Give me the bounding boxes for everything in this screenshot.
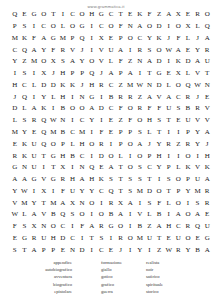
grid-cell-r21c1[interactable]: S: [10, 244, 20, 256]
grid-cell-r19c13[interactable]: I: [125, 221, 135, 233]
grid-cell-r13c8[interactable]: C: [77, 150, 87, 162]
grid-cell-r4c15[interactable]: S: [145, 44, 155, 56]
grid-cell-r1c20[interactable]: R: [193, 9, 203, 21]
grid-cell-r13c7[interactable]: B: [68, 150, 78, 162]
grid-cell-r21c12[interactable]: J: [116, 244, 126, 256]
grid-cell-r8c10[interactable]: I: [97, 91, 107, 103]
grid-cell-r11c10[interactable]: F: [97, 127, 107, 139]
grid-cell-r9c6[interactable]: B: [58, 103, 68, 115]
grid-cell-r1c19[interactable]: E: [183, 9, 193, 21]
grid-cell-r4c2[interactable]: Q: [20, 44, 30, 56]
grid-cell-r7c19[interactable]: Q: [183, 80, 193, 92]
grid-cell-r3c13[interactable]: O: [125, 33, 135, 45]
grid-cell-r16c2[interactable]: W: [20, 185, 30, 197]
grid-cell-r19c17[interactable]: H: [164, 221, 174, 233]
grid-cell-r15c12[interactable]: T: [116, 174, 126, 186]
grid-cell-r9c21[interactable]: V: [202, 103, 212, 115]
grid-cell-r5c12[interactable]: F: [116, 56, 126, 68]
grid-cell-r1c2[interactable]: E: [20, 9, 30, 21]
grid-cell-r19c21[interactable]: U: [202, 221, 212, 233]
grid-cell-r15c5[interactable]: G: [48, 174, 58, 186]
grid-cell-r9c5[interactable]: I: [48, 103, 58, 115]
grid-cell-r6c20[interactable]: V: [193, 68, 203, 80]
grid-cell-r17c6[interactable]: A: [58, 197, 68, 209]
grid-cell-r21c15[interactable]: I: [145, 244, 155, 256]
grid-cell-r20c2[interactable]: G: [20, 232, 30, 244]
grid-cell-r19c20[interactable]: Q: [193, 221, 203, 233]
grid-cell-r1c17[interactable]: A: [164, 9, 174, 21]
grid-cell-r11c9[interactable]: I: [87, 127, 97, 139]
grid-cell-r15c11[interactable]: S: [106, 174, 116, 186]
grid-cell-r5c17[interactable]: I: [164, 56, 174, 68]
grid-cell-r12c18[interactable]: Z: [174, 138, 184, 150]
grid-cell-r7c11[interactable]: C: [106, 80, 116, 92]
grid-cell-r21c13[interactable]: I: [125, 244, 135, 256]
grid-cell-r2c3[interactable]: I: [29, 21, 39, 33]
grid-cell-r11c21[interactable]: A: [202, 127, 212, 139]
grid-cell-r11c13[interactable]: P: [125, 127, 135, 139]
grid-cell-r15c6[interactable]: R: [58, 174, 68, 186]
grid-cell-r15c2[interactable]: A: [20, 174, 30, 186]
grid-cell-r20c13[interactable]: O: [125, 232, 135, 244]
grid-cell-r13c19[interactable]: O: [183, 150, 193, 162]
grid-cell-r19c10[interactable]: R: [97, 221, 107, 233]
grid-cell-r1c7[interactable]: C: [68, 9, 78, 21]
grid-cell-r14c10[interactable]: E: [97, 162, 107, 174]
grid-cell-r20c14[interactable]: M: [135, 232, 145, 244]
grid-cell-r19c1[interactable]: F: [10, 221, 20, 233]
grid-cell-r1c3[interactable]: G: [29, 9, 39, 21]
grid-cell-r10c14[interactable]: O: [135, 115, 145, 127]
grid-cell-r15c15[interactable]: T: [145, 174, 155, 186]
grid-cell-r19c12[interactable]: O: [116, 221, 126, 233]
grid-cell-r19c14[interactable]: B: [135, 221, 145, 233]
grid-cell-r5c16[interactable]: D: [154, 56, 164, 68]
grid-cell-r14c17[interactable]: P: [164, 162, 174, 174]
grid-cell-r18c5[interactable]: B: [48, 209, 58, 221]
grid-cell-r13c14[interactable]: O: [135, 150, 145, 162]
grid-cell-r4c7[interactable]: V: [68, 44, 78, 56]
grid-cell-r20c17[interactable]: E: [164, 232, 174, 244]
grid-cell-r3c3[interactable]: F: [29, 33, 39, 45]
grid-cell-r12c11[interactable]: I: [106, 138, 116, 150]
grid-cell-r11c8[interactable]: M: [77, 127, 87, 139]
grid-cell-r13c13[interactable]: I: [125, 150, 135, 162]
grid-cell-r6c12[interactable]: P: [116, 68, 126, 80]
grid-cell-r6c5[interactable]: J: [48, 68, 58, 80]
grid-cell-r4c1[interactable]: C: [10, 44, 20, 56]
grid-cell-r9c20[interactable]: R: [193, 103, 203, 115]
grid-cell-r11c3[interactable]: E: [29, 127, 39, 139]
grid-cell-r11c11[interactable]: E: [106, 127, 116, 139]
grid-cell-r2c7[interactable]: O: [68, 21, 78, 33]
grid-cell-r8c20[interactable]: J: [193, 91, 203, 103]
grid-cell-r1c13[interactable]: E: [125, 9, 135, 21]
grid-cell-r18c2[interactable]: L: [20, 209, 30, 221]
grid-cell-r5c10[interactable]: V: [97, 56, 107, 68]
grid-cell-r2c4[interactable]: C: [39, 21, 49, 33]
grid-cell-r16c15[interactable]: D: [145, 185, 155, 197]
grid-cell-r8c18[interactable]: C: [174, 91, 184, 103]
grid-cell-r14c12[interactable]: T: [116, 162, 126, 174]
grid-cell-r6c14[interactable]: I: [135, 68, 145, 80]
grid-cell-r15c19[interactable]: P: [183, 174, 193, 186]
grid-cell-r18c18[interactable]: A: [174, 209, 184, 221]
grid-cell-r3c18[interactable]: F: [174, 33, 184, 45]
grid-cell-r18c19[interactable]: O: [183, 209, 193, 221]
grid-cell-r12c12[interactable]: P: [116, 138, 126, 150]
grid-cell-r17c15[interactable]: S: [145, 197, 155, 209]
grid-cell-r19c4[interactable]: N: [39, 221, 49, 233]
grid-cell-r12c3[interactable]: U: [29, 138, 39, 150]
grid-cell-r16c19[interactable]: Y: [183, 185, 193, 197]
grid-cell-r3c19[interactable]: L: [183, 33, 193, 45]
grid-cell-r5c14[interactable]: N: [135, 56, 145, 68]
grid-cell-r9c14[interactable]: R: [135, 103, 145, 115]
grid-cell-r4c17[interactable]: W: [164, 44, 174, 56]
grid-cell-r7c1[interactable]: H: [10, 80, 20, 92]
grid-cell-r14c18[interactable]: L: [174, 162, 184, 174]
grid-cell-r3c9[interactable]: I: [87, 33, 97, 45]
grid-cell-r16c5[interactable]: I: [48, 185, 58, 197]
grid-cell-r15c1[interactable]: A: [10, 174, 20, 186]
grid-cell-r8c15[interactable]: A: [145, 91, 155, 103]
grid-cell-r17c17[interactable]: L: [164, 197, 174, 209]
grid-cell-r10c3[interactable]: R: [29, 115, 39, 127]
grid-cell-r16c11[interactable]: Q: [106, 185, 116, 197]
grid-cell-r12c1[interactable]: E: [10, 138, 20, 150]
grid-cell-r5c1[interactable]: Y: [10, 56, 20, 68]
grid-cell-r10c10[interactable]: I: [97, 115, 107, 127]
grid-cell-r20c5[interactable]: H: [48, 232, 58, 244]
grid-cell-r1c11[interactable]: C: [106, 9, 116, 21]
grid-cell-r10c5[interactable]: W: [48, 115, 58, 127]
grid-cell-r15c8[interactable]: A: [77, 174, 87, 186]
grid-cell-r9c13[interactable]: O: [125, 103, 135, 115]
grid-cell-r11c20[interactable]: Y: [193, 127, 203, 139]
grid-cell-r21c2[interactable]: T: [20, 244, 30, 256]
grid-cell-r19c11[interactable]: G: [106, 221, 116, 233]
grid-cell-r14c3[interactable]: U: [29, 162, 39, 174]
grid-cell-r1c1[interactable]: Q: [10, 9, 20, 21]
grid-cell-r12c14[interactable]: A: [135, 138, 145, 150]
grid-cell-r4c4[interactable]: Y: [39, 44, 49, 56]
grid-cell-r6c2[interactable]: S: [20, 68, 30, 80]
grid-cell-r2c18[interactable]: O: [174, 21, 184, 33]
grid-cell-r12c2[interactable]: K: [20, 138, 30, 150]
grid-cell-r14c20[interactable]: V: [193, 162, 203, 174]
grid-cell-r11c2[interactable]: Y: [20, 127, 30, 139]
grid-cell-r8c8[interactable]: N: [77, 91, 87, 103]
grid-cell-r9c9[interactable]: A: [87, 103, 97, 115]
grid-cell-r5c4[interactable]: O: [39, 56, 49, 68]
grid-cell-r7c13[interactable]: M: [125, 80, 135, 92]
grid-cell-r10c12[interactable]: Z: [116, 115, 126, 127]
grid-cell-r1c9[interactable]: H: [87, 9, 97, 21]
grid-cell-r20c18[interactable]: U: [174, 232, 184, 244]
grid-cell-r4c21[interactable]: R: [202, 44, 212, 56]
grid-cell-r1c5[interactable]: T: [48, 9, 58, 21]
grid-cell-r14c15[interactable]: C: [145, 162, 155, 174]
grid-cell-r20c21[interactable]: G: [202, 232, 212, 244]
grid-cell-r12c13[interactable]: O: [125, 138, 135, 150]
grid-cell-r17c11[interactable]: R: [106, 197, 116, 209]
grid-cell-r10c11[interactable]: E: [106, 115, 116, 127]
grid-cell-r13c16[interactable]: H: [154, 150, 164, 162]
grid-cell-r5c3[interactable]: M: [29, 56, 39, 68]
grid-cell-r3c6[interactable]: M: [58, 33, 68, 45]
grid-cell-r19c5[interactable]: O: [48, 221, 58, 233]
grid-cell-r2c17[interactable]: I: [164, 21, 174, 33]
grid-cell-r3c7[interactable]: P: [68, 33, 78, 45]
grid-cell-r11c19[interactable]: P: [183, 127, 193, 139]
grid-cell-r8c11[interactable]: B: [106, 91, 116, 103]
grid-cell-r18c1[interactable]: W: [10, 209, 20, 221]
grid-cell-r11c18[interactable]: I: [174, 127, 184, 139]
grid-cell-r9c3[interactable]: A: [29, 103, 39, 115]
grid-cell-r17c12[interactable]: X: [116, 197, 126, 209]
grid-cell-r4c10[interactable]: V: [97, 44, 107, 56]
grid-cell-r21c16[interactable]: Z: [154, 244, 164, 256]
grid-cell-r17c9[interactable]: O: [87, 197, 97, 209]
grid-cell-r16c17[interactable]: T: [164, 185, 174, 197]
grid-cell-r6c9[interactable]: Q: [87, 68, 97, 80]
grid-cell-r20c1[interactable]: E: [10, 232, 20, 244]
grid-cell-r9c12[interactable]: F: [116, 103, 126, 115]
grid-cell-r17c10[interactable]: I: [97, 197, 107, 209]
grid-cell-r2c19[interactable]: X: [183, 21, 193, 33]
grid-cell-r2c5[interactable]: O: [48, 21, 58, 33]
grid-cell-r9c2[interactable]: L: [20, 103, 30, 115]
grid-cell-r7c3[interactable]: L: [29, 80, 39, 92]
grid-cell-r20c15[interactable]: U: [145, 232, 155, 244]
grid-cell-r8c13[interactable]: R: [125, 91, 135, 103]
grid-cell-r15c3[interactable]: G: [29, 174, 39, 186]
grid-cell-r19c16[interactable]: A: [154, 221, 164, 233]
grid-cell-r10c15[interactable]: H: [145, 115, 155, 127]
grid-cell-r5c18[interactable]: K: [174, 56, 184, 68]
grid-cell-r14c11[interactable]: A: [106, 162, 116, 174]
grid-cell-r10c20[interactable]: V: [193, 115, 203, 127]
grid-cell-r8c3[interactable]: I: [29, 91, 39, 103]
grid-cell-r3c12[interactable]: P: [116, 33, 126, 45]
grid-cell-r12c20[interactable]: Y: [193, 138, 203, 150]
grid-cell-r4c14[interactable]: R: [135, 44, 145, 56]
grid-cell-r1c18[interactable]: X: [174, 9, 184, 21]
grid-cell-r2c13[interactable]: N: [125, 21, 135, 33]
grid-cell-r3c10[interactable]: X: [97, 33, 107, 45]
grid-cell-r4c9[interactable]: I: [87, 44, 97, 56]
grid-cell-r7c4[interactable]: D: [39, 80, 49, 92]
grid-cell-r10c18[interactable]: E: [174, 115, 184, 127]
grid-cell-r19c9[interactable]: A: [87, 221, 97, 233]
grid-cell-r1c14[interactable]: K: [135, 9, 145, 21]
grid-cell-r17c5[interactable]: M: [48, 197, 58, 209]
grid-cell-r16c10[interactable]: C: [97, 185, 107, 197]
grid-cell-r21c5[interactable]: P: [48, 244, 58, 256]
grid-cell-r20c20[interactable]: E: [193, 232, 203, 244]
grid-cell-r5c5[interactable]: X: [48, 56, 58, 68]
grid-cell-r14c14[interactable]: S: [135, 162, 145, 174]
grid-cell-r21c10[interactable]: C: [97, 244, 107, 256]
grid-cell-r5c15[interactable]: A: [145, 56, 155, 68]
grid-cell-r3c21[interactable]: A: [202, 33, 212, 45]
grid-cell-r2c14[interactable]: A: [135, 21, 145, 33]
grid-cell-r17c21[interactable]: R: [202, 197, 212, 209]
grid-cell-r7c14[interactable]: W: [135, 80, 145, 92]
grid-cell-r1c12[interactable]: T: [116, 9, 126, 21]
grid-cell-r17c7[interactable]: X: [68, 197, 78, 209]
grid-cell-r19c8[interactable]: F: [77, 221, 87, 233]
grid-cell-r11c16[interactable]: T: [154, 127, 164, 139]
grid-cell-r14c2[interactable]: N: [20, 162, 30, 174]
grid-cell-r1c4[interactable]: O: [39, 9, 49, 21]
grid-cell-r21c4[interactable]: P: [39, 244, 49, 256]
grid-cell-r20c11[interactable]: I: [106, 232, 116, 244]
grid-cell-r10c4[interactable]: Q: [39, 115, 49, 127]
grid-cell-r9c15[interactable]: F: [145, 103, 155, 115]
grid-cell-r17c18[interactable]: O: [174, 197, 184, 209]
grid-cell-r6c17[interactable]: E: [164, 68, 174, 80]
grid-cell-r4c20[interactable]: Y: [193, 44, 203, 56]
grid-cell-r7c9[interactable]: H: [87, 80, 97, 92]
grid-cell-r5c7[interactable]: A: [68, 56, 78, 68]
grid-cell-r20c4[interactable]: U: [39, 232, 49, 244]
grid-cell-r6c21[interactable]: T: [202, 68, 212, 80]
grid-cell-r16c14[interactable]: M: [135, 185, 145, 197]
grid-cell-r11c4[interactable]: Q: [39, 127, 49, 139]
grid-cell-r14c16[interactable]: Y: [154, 162, 164, 174]
grid-cell-r13c18[interactable]: I: [174, 150, 184, 162]
grid-cell-r15c21[interactable]: A: [202, 174, 212, 186]
grid-cell-r8c5[interactable]: L: [48, 91, 58, 103]
grid-cell-r13c3[interactable]: U: [29, 150, 39, 162]
grid-cell-r4c12[interactable]: A: [116, 44, 126, 56]
grid-cell-r16c20[interactable]: M: [193, 185, 203, 197]
grid-cell-r12c6[interactable]: P: [58, 138, 68, 150]
grid-cell-r3c16[interactable]: K: [154, 33, 164, 45]
grid-cell-r14c21[interactable]: K: [202, 162, 212, 174]
grid-cell-r14c13[interactable]: O: [125, 162, 135, 174]
grid-cell-r4c13[interactable]: I: [125, 44, 135, 56]
grid-cell-r20c19[interactable]: O: [183, 232, 193, 244]
grid-cell-r17c2[interactable]: M: [20, 197, 30, 209]
grid-cell-r5c11[interactable]: L: [106, 56, 116, 68]
grid-cell-r8c4[interactable]: Y: [39, 91, 49, 103]
grid-cell-r7c17[interactable]: L: [164, 80, 174, 92]
grid-cell-r6c7[interactable]: P: [68, 68, 78, 80]
grid-cell-r6c8[interactable]: P: [77, 68, 87, 80]
grid-cell-r19c15[interactable]: Z: [145, 221, 155, 233]
grid-cell-r11c15[interactable]: L: [145, 127, 155, 139]
grid-cell-r18c8[interactable]: O: [77, 209, 87, 221]
grid-cell-r18c11[interactable]: B: [106, 209, 116, 221]
grid-cell-r16c18[interactable]: P: [174, 185, 184, 197]
grid-cell-r14c19[interactable]: K: [183, 162, 193, 174]
grid-cell-r12c4[interactable]: Q: [39, 138, 49, 150]
grid-cell-r2c2[interactable]: S: [20, 21, 30, 33]
grid-cell-r13c1[interactable]: R: [10, 150, 20, 162]
grid-cell-r15c14[interactable]: S: [135, 174, 145, 186]
grid-cell-r9c8[interactable]: O: [77, 103, 87, 115]
grid-cell-r11c1[interactable]: M: [10, 127, 20, 139]
grid-cell-r10c9[interactable]: Y: [87, 115, 97, 127]
grid-cell-r8c21[interactable]: E: [202, 91, 212, 103]
grid-cell-r13c12[interactable]: L: [116, 150, 126, 162]
grid-cell-r3c2[interactable]: K: [20, 33, 30, 45]
grid-cell-r4c16[interactable]: O: [154, 44, 164, 56]
grid-cell-r5c19[interactable]: D: [183, 56, 193, 68]
grid-cell-r2c6[interactable]: L: [58, 21, 68, 33]
grid-cell-r18c21[interactable]: E: [202, 209, 212, 221]
grid-cell-r21c21[interactable]: A: [202, 244, 212, 256]
grid-cell-r8c9[interactable]: G: [87, 91, 97, 103]
grid-cell-r10c19[interactable]: U: [183, 115, 193, 127]
grid-cell-r21c6[interactable]: E: [58, 244, 68, 256]
grid-cell-r3c4[interactable]: A: [39, 33, 49, 45]
grid-cell-r11c12[interactable]: P: [116, 127, 126, 139]
grid-cell-r8c16[interactable]: V: [154, 91, 164, 103]
grid-cell-r2c12[interactable]: F: [116, 21, 126, 33]
grid-cell-r17c3[interactable]: Y: [29, 197, 39, 209]
grid-cell-r2c15[interactable]: O: [145, 21, 155, 33]
grid-cell-r1c16[interactable]: Z: [154, 9, 164, 21]
grid-cell-r13c5[interactable]: G: [48, 150, 58, 162]
grid-cell-r9c1[interactable]: D: [10, 103, 20, 115]
grid-cell-r14c6[interactable]: X: [58, 162, 68, 174]
grid-cell-r15c16[interactable]: I: [154, 174, 164, 186]
grid-cell-r5c8[interactable]: Y: [77, 56, 87, 68]
grid-cell-r9c18[interactable]: S: [174, 103, 184, 115]
grid-cell-r14c7[interactable]: I: [68, 162, 78, 174]
grid-cell-r7c5[interactable]: D: [48, 80, 58, 92]
grid-cell-r3c11[interactable]: E: [106, 33, 116, 45]
grid-cell-r18c10[interactable]: O: [97, 209, 107, 221]
grid-cell-r4c3[interactable]: A: [29, 44, 39, 56]
grid-cell-r15c7[interactable]: H: [68, 174, 78, 186]
grid-cell-r13c2[interactable]: K: [20, 150, 30, 162]
grid-cell-r13c11[interactable]: O: [106, 150, 116, 162]
grid-cell-r20c8[interactable]: I: [77, 232, 87, 244]
grid-cell-r16c12[interactable]: T: [116, 185, 126, 197]
grid-cell-r1c10[interactable]: G: [97, 9, 107, 21]
grid-cell-r6c1[interactable]: I: [10, 68, 20, 80]
grid-cell-r10c1[interactable]: L: [10, 115, 20, 127]
grid-cell-r8c2[interactable]: Q: [20, 91, 30, 103]
grid-cell-r13c20[interactable]: I: [193, 150, 203, 162]
grid-cell-r7c21[interactable]: N: [202, 80, 212, 92]
grid-cell-r3c17[interactable]: J: [164, 33, 174, 45]
grid-cell-r10c2[interactable]: S: [20, 115, 30, 127]
grid-cell-r21c20[interactable]: B: [193, 244, 203, 256]
grid-cell-r6c16[interactable]: G: [154, 68, 164, 80]
grid-cell-r6c19[interactable]: L: [183, 68, 193, 80]
grid-cell-r5c9[interactable]: O: [87, 56, 97, 68]
grid-cell-r2c1[interactable]: P: [10, 21, 20, 33]
grid-cell-r2c9[interactable]: I: [87, 21, 97, 33]
grid-cell-r9c10[interactable]: D: [97, 103, 107, 115]
grid-cell-r18c17[interactable]: I: [164, 209, 174, 221]
grid-cell-r6c3[interactable]: I: [29, 68, 39, 80]
grid-cell-r21c14[interactable]: Y: [135, 244, 145, 256]
grid-cell-r1c21[interactable]: O: [202, 9, 212, 21]
grid-cell-r18c20[interactable]: A: [193, 209, 203, 221]
grid-cell-r11c17[interactable]: I: [164, 127, 174, 139]
grid-cell-r15c18[interactable]: O: [174, 174, 184, 186]
grid-cell-r10c6[interactable]: N: [58, 115, 68, 127]
grid-cell-r18c6[interactable]: Q: [58, 209, 68, 221]
grid-cell-r1c6[interactable]: I: [58, 9, 68, 21]
